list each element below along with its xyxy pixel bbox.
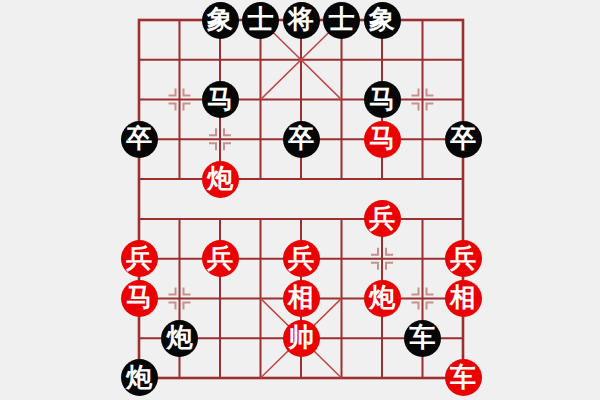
piece-glyph: 象 [207, 6, 233, 32]
piece-black-cannon[interactable]: 炮 [121, 359, 158, 396]
piece-red-soldier[interactable]: 兵 [121, 240, 158, 277]
piece-black-soldier[interactable]: 卒 [445, 121, 482, 158]
board-grid[interactable]: 象士将士象马马卒卒马卒炮兵兵兵兵兵马相炮相炮帅车炮车 [119, 0, 484, 398]
piece-glyph: 炮 [207, 165, 233, 191]
xiangqi-board: 象士将士象马马卒卒马卒炮兵兵兵兵兵马相炮相炮帅车炮车 [0, 0, 600, 400]
piece-glyph: 炮 [167, 324, 193, 350]
piece-glyph: 卒 [126, 125, 152, 151]
piece-glyph: 马 [369, 86, 395, 112]
piece-red-cannon[interactable]: 炮 [202, 161, 239, 198]
piece-black-soldier[interactable]: 卒 [121, 121, 158, 158]
piece-glyph: 兵 [207, 245, 233, 271]
piece-glyph: 炮 [369, 284, 395, 310]
piece-glyph: 兵 [288, 245, 314, 271]
piece-black-horse[interactable]: 马 [202, 81, 239, 118]
piece-glyph: 象 [369, 6, 395, 32]
piece-red-elephant[interactable]: 相 [445, 280, 482, 317]
piece-glyph: 马 [369, 125, 395, 151]
piece-red-soldier[interactable]: 兵 [202, 240, 239, 277]
piece-glyph: 卒 [450, 125, 476, 151]
piece-glyph: 帅 [288, 324, 314, 350]
piece-glyph: 兵 [450, 245, 476, 271]
piece-glyph: 相 [450, 284, 476, 310]
piece-glyph: 兵 [369, 205, 395, 231]
piece-glyph: 马 [126, 284, 152, 310]
piece-red-soldier[interactable]: 兵 [445, 240, 482, 277]
piece-black-elephant[interactable]: 象 [364, 2, 401, 39]
piece-glyph: 车 [410, 324, 436, 350]
piece-glyph: 兵 [126, 245, 152, 271]
piece-black-advisor[interactable]: 士 [242, 2, 279, 39]
piece-black-elephant[interactable]: 象 [202, 2, 239, 39]
piece-red-horse[interactable]: 马 [121, 280, 158, 317]
piece-glyph: 车 [450, 364, 476, 390]
piece-black-general[interactable]: 将 [283, 2, 320, 39]
piece-black-cannon[interactable]: 炮 [161, 320, 198, 357]
piece-glyph: 相 [288, 284, 314, 310]
piece-red-chariot[interactable]: 车 [445, 359, 482, 396]
piece-glyph: 将 [288, 6, 314, 32]
piece-glyph: 士 [329, 6, 355, 32]
piece-red-soldier[interactable]: 兵 [283, 240, 320, 277]
piece-black-chariot[interactable]: 车 [404, 320, 441, 357]
piece-black-advisor[interactable]: 士 [323, 2, 360, 39]
piece-black-soldier[interactable]: 卒 [283, 121, 320, 158]
piece-red-horse[interactable]: 马 [364, 121, 401, 158]
piece-glyph: 炮 [126, 364, 152, 390]
piece-red-elephant[interactable]: 相 [283, 280, 320, 317]
piece-glyph: 马 [207, 86, 233, 112]
piece-black-horse[interactable]: 马 [364, 81, 401, 118]
piece-red-cannon[interactable]: 炮 [364, 280, 401, 317]
piece-red-soldier[interactable]: 兵 [364, 200, 401, 237]
piece-glyph: 卒 [288, 125, 314, 151]
piece-red-general[interactable]: 帅 [283, 320, 320, 357]
piece-glyph: 士 [248, 6, 274, 32]
